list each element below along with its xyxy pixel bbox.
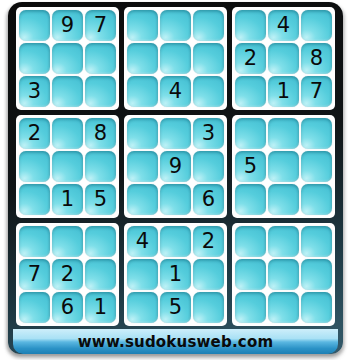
cell-r5c9[interactable] [301, 151, 332, 182]
footer-bar: www.sudokusweb.com [13, 329, 338, 354]
cell-r4c1[interactable]: 2 [19, 118, 50, 149]
cell-r8c9[interactable] [301, 259, 332, 290]
cell-r5c3[interactable] [85, 151, 116, 182]
cell-r2c8[interactable] [268, 43, 299, 74]
cell-r5c4[interactable] [127, 151, 158, 182]
cell-r1c5[interactable] [160, 10, 191, 41]
cell-r3c2[interactable] [52, 76, 83, 107]
cell-r1c3[interactable]: 7 [85, 10, 116, 41]
cell-r4c6[interactable]: 3 [193, 118, 224, 149]
cell-r3c3[interactable] [85, 76, 116, 107]
sudoku-box-r2c2: 396 [124, 115, 227, 218]
cell-r2c5[interactable] [160, 43, 191, 74]
cell-r3c7[interactable] [235, 76, 266, 107]
cell-r3c1[interactable]: 3 [19, 76, 50, 107]
cell-r3c5[interactable]: 4 [160, 76, 191, 107]
sudoku-box-r2c1: 2815 [16, 115, 119, 218]
cell-r7c9[interactable] [301, 226, 332, 257]
cell-r1c4[interactable] [127, 10, 158, 41]
cell-r4c8[interactable] [268, 118, 299, 149]
cell-r1c9[interactable] [301, 10, 332, 41]
sudoku-box-r1c1: 973 [16, 7, 119, 110]
cell-r5c1[interactable] [19, 151, 50, 182]
cell-r8c5[interactable]: 1 [160, 259, 191, 290]
cell-r8c1[interactable]: 7 [19, 259, 50, 290]
cell-r2c1[interactable] [19, 43, 50, 74]
cell-r6c3[interactable]: 5 [85, 184, 116, 215]
cell-r5c6[interactable] [193, 151, 224, 182]
cell-r7c3[interactable] [85, 226, 116, 257]
cell-r9c3[interactable]: 1 [85, 292, 116, 323]
cell-r2c3[interactable] [85, 43, 116, 74]
cell-r2c4[interactable] [127, 43, 158, 74]
cell-r1c6[interactable] [193, 10, 224, 41]
cell-r7c7[interactable] [235, 226, 266, 257]
cell-r1c7[interactable] [235, 10, 266, 41]
cell-r1c8[interactable]: 4 [268, 10, 299, 41]
cell-r7c5[interactable] [160, 226, 191, 257]
cell-r2c7[interactable]: 2 [235, 43, 266, 74]
cell-r1c2[interactable]: 9 [52, 10, 83, 41]
cell-r8c6[interactable] [193, 259, 224, 290]
cell-r9c5[interactable]: 5 [160, 292, 191, 323]
cell-r1c1[interactable] [19, 10, 50, 41]
sudoku-box-r1c3: 42817 [232, 7, 335, 110]
sudoku-board-frame: 9734428172815396572614215 www.sudokusweb… [8, 2, 343, 354]
cell-r8c2[interactable]: 2 [52, 259, 83, 290]
sudoku-page: 9734428172815396572614215 www.sudokusweb… [0, 0, 350, 360]
cell-r3c6[interactable] [193, 76, 224, 107]
cell-r9c4[interactable] [127, 292, 158, 323]
cell-r6c2[interactable]: 1 [52, 184, 83, 215]
cell-r3c4[interactable] [127, 76, 158, 107]
cell-r6c6[interactable]: 6 [193, 184, 224, 215]
cell-r8c4[interactable] [127, 259, 158, 290]
cell-r4c7[interactable] [235, 118, 266, 149]
sudoku-board: 9734428172815396572614215 [16, 7, 335, 326]
cell-r6c8[interactable] [268, 184, 299, 215]
cell-r7c1[interactable] [19, 226, 50, 257]
cell-r4c3[interactable]: 8 [85, 118, 116, 149]
cell-r8c8[interactable] [268, 259, 299, 290]
cell-r6c4[interactable] [127, 184, 158, 215]
sudoku-box-r1c2: 4 [124, 7, 227, 110]
cell-r9c7[interactable] [235, 292, 266, 323]
cell-r3c8[interactable]: 1 [268, 76, 299, 107]
cell-r6c1[interactable] [19, 184, 50, 215]
sudoku-box-r2c3: 5 [232, 115, 335, 218]
sudoku-box-r3c2: 4215 [124, 223, 227, 326]
cell-r5c5[interactable]: 9 [160, 151, 191, 182]
cell-r9c6[interactable] [193, 292, 224, 323]
cell-r7c4[interactable]: 4 [127, 226, 158, 257]
cell-r4c2[interactable] [52, 118, 83, 149]
sudoku-box-r3c3 [232, 223, 335, 326]
cell-r2c9[interactable]: 8 [301, 43, 332, 74]
cell-r6c9[interactable] [301, 184, 332, 215]
cell-r7c6[interactable]: 2 [193, 226, 224, 257]
cell-r6c7[interactable] [235, 184, 266, 215]
cell-r4c9[interactable] [301, 118, 332, 149]
cell-r4c4[interactable] [127, 118, 158, 149]
cell-r6c5[interactable] [160, 184, 191, 215]
cell-r2c6[interactable] [193, 43, 224, 74]
cell-r3c9[interactable]: 7 [301, 76, 332, 107]
cell-r2c2[interactable] [52, 43, 83, 74]
cell-r8c7[interactable] [235, 259, 266, 290]
cell-r4c5[interactable] [160, 118, 191, 149]
cell-r9c1[interactable] [19, 292, 50, 323]
site-url: www.sudokusweb.com [78, 333, 273, 351]
cell-r5c2[interactable] [52, 151, 83, 182]
cell-r5c7[interactable]: 5 [235, 151, 266, 182]
sudoku-box-r3c1: 7261 [16, 223, 119, 326]
cell-r5c8[interactable] [268, 151, 299, 182]
cell-r7c8[interactable] [268, 226, 299, 257]
cell-r8c3[interactable] [85, 259, 116, 290]
cell-r9c8[interactable] [268, 292, 299, 323]
cell-r9c9[interactable] [301, 292, 332, 323]
cell-r9c2[interactable]: 6 [52, 292, 83, 323]
cell-r7c2[interactable] [52, 226, 83, 257]
